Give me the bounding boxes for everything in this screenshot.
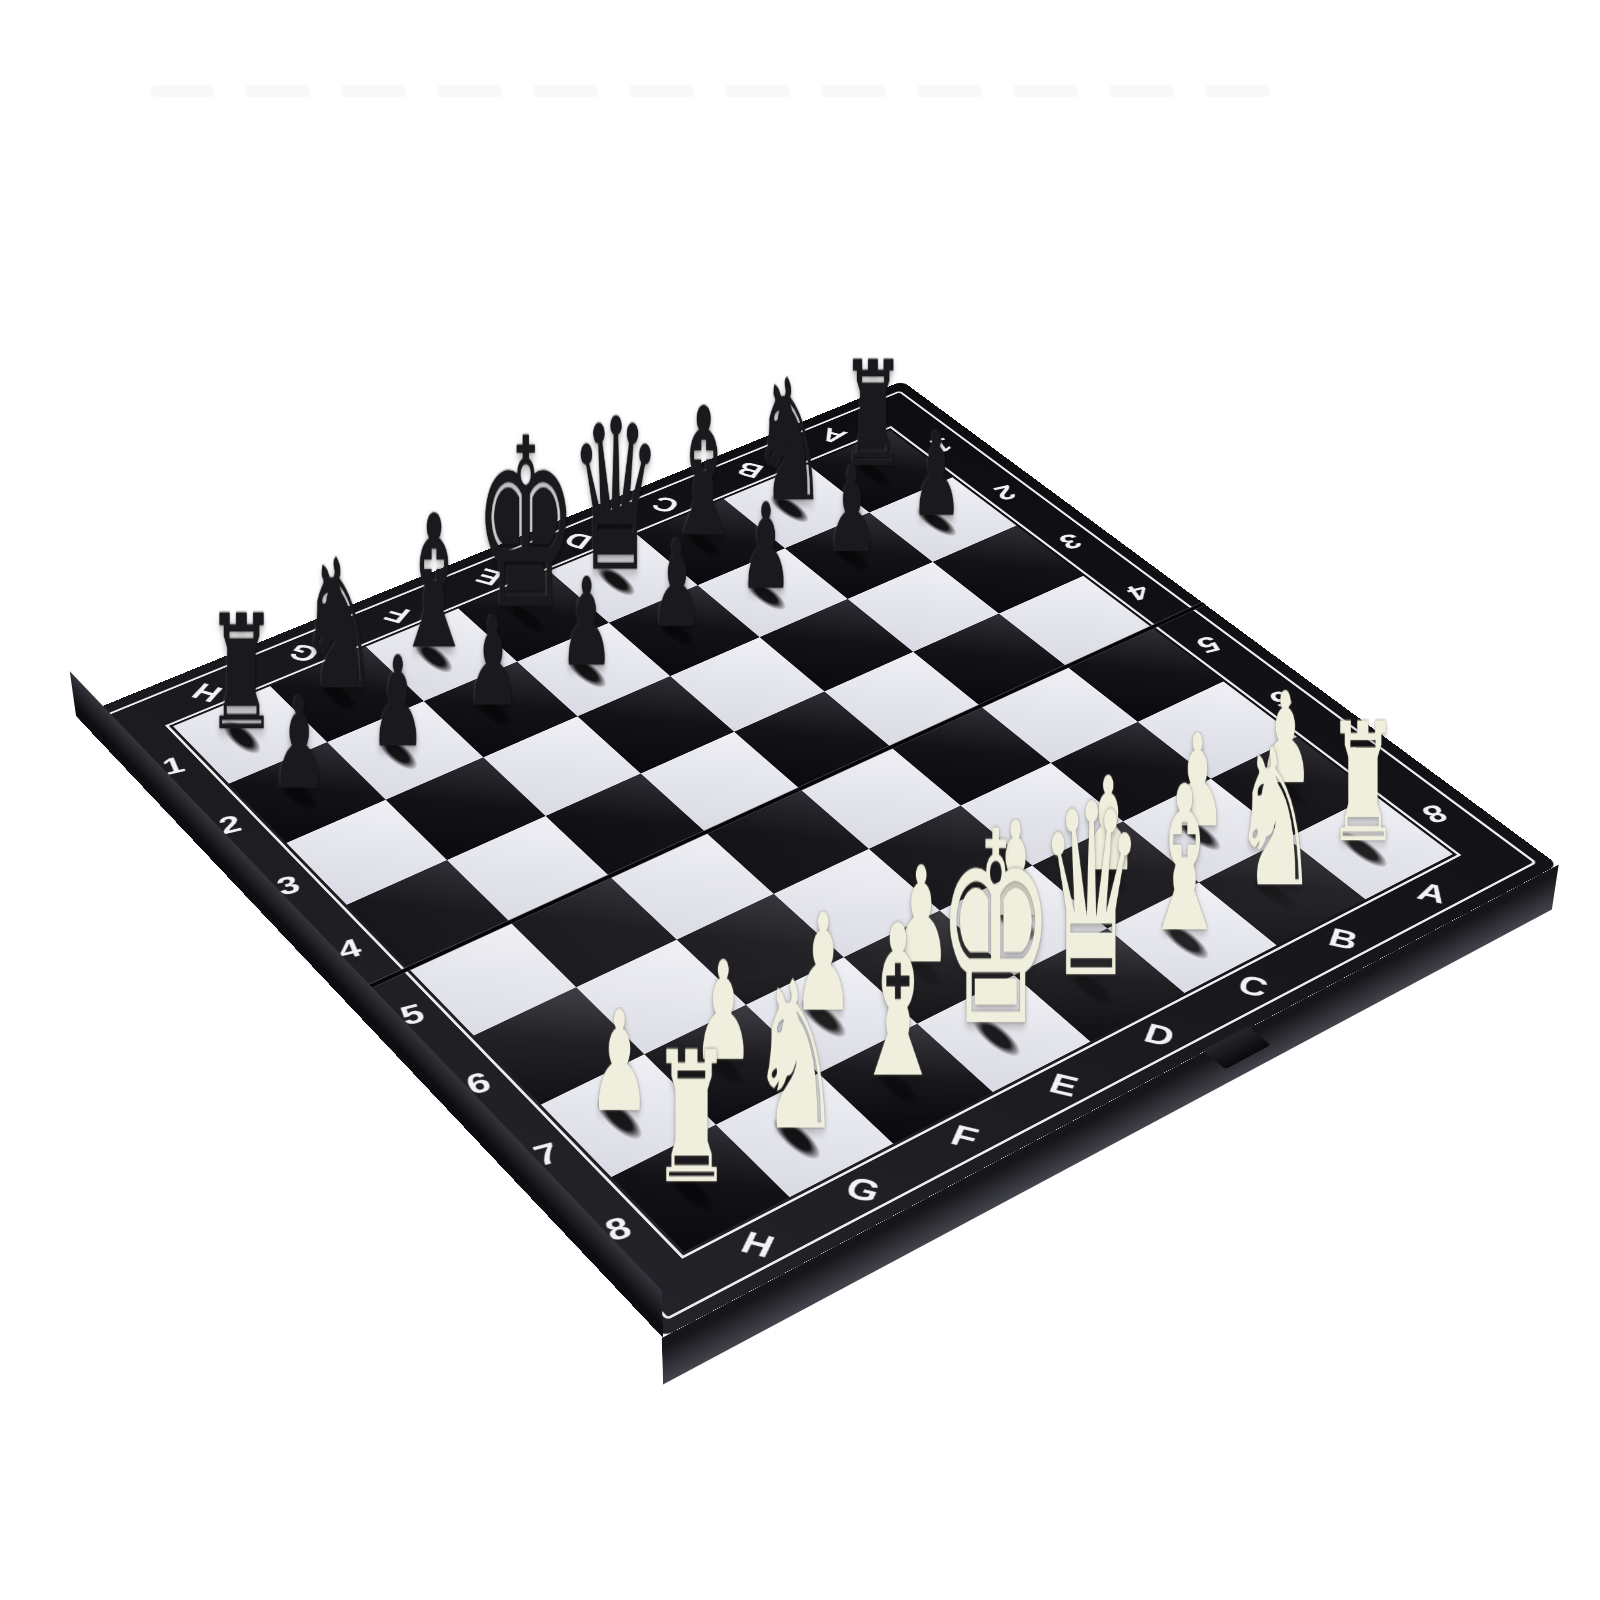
white-rook-glyph: ♜: [652, 1046, 732, 1191]
far-rank-label-3: 3: [1014, 519, 1127, 563]
black-pawn-glyph: ♟: [466, 613, 520, 711]
white-bishop-glyph: ♝: [1140, 780, 1228, 940]
white-bishop-glyph: ♝: [851, 919, 943, 1087]
far-rank-label-2: 2: [949, 471, 1060, 514]
white-knight-glyph: ♞: [1233, 742, 1317, 894]
black-pawn-glyph: ♟: [739, 500, 791, 595]
white-rook-glyph: ♜: [1327, 718, 1399, 849]
black-pawn-glyph: ♟: [370, 653, 425, 753]
perspective-scene: ABCDEFGH ABCDEFGH 12345678 12345678 ♜♞♝♛…: [0, 0, 1600, 1600]
white-queen-glyph: ♛: [1039, 797, 1144, 988]
white-pawn-glyph: ♟: [589, 1007, 650, 1118]
white-king-glyph: ♚: [937, 823, 1054, 1036]
white-knight-glyph: ♞: [751, 975, 841, 1138]
far-rank-label-4: 4: [1081, 569, 1196, 615]
black-pawn-glyph: ♟: [651, 537, 704, 633]
pieces-layer: ♜♞♝♛♚♝♞♜♟♟♟♟♟♟♟♟♟♟♟♟♟♟♟♟♜♞♝♛♚♝♞♜: [173, 430, 1453, 1252]
photo-canvas: ABCDEFGH ABCDEFGH 12345678 12345678 ♜♞♝♛…: [0, 0, 1600, 1600]
chess-board: ABCDEFGH ABCDEFGH 12345678 12345678 ♜♞♝♛…: [77, 381, 1558, 1337]
black-pawn-glyph: ♟: [826, 464, 878, 557]
board-frame: ABCDEFGH ABCDEFGH 12345678 12345678 ♜♞♝♛…: [77, 381, 1558, 1337]
black-pawn-glyph: ♟: [271, 694, 327, 795]
black-pawn-glyph: ♟: [559, 575, 613, 672]
far-rank-label-5: 5: [1150, 621, 1267, 668]
